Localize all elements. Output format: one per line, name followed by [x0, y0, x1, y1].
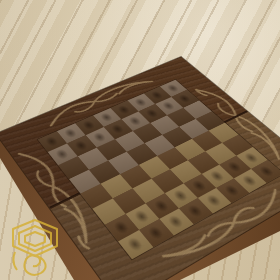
black-pawn-glyph: ♟ — [125, 101, 144, 122]
white-rook-glyph: ♜ — [121, 216, 147, 245]
black-pawn-glyph: ♟ — [89, 116, 108, 137]
black-pawn-glyph: ♟ — [107, 109, 126, 130]
black-pawn-glyph: ♟ — [71, 125, 90, 147]
chess-set-photo: ♜♟♟♜♞♟♟♞♝♟♟♝♛♟♟♛♚♟♟♚♝♟♟♝♞♟♟♞♜♟♟♜ — [0, 0, 280, 280]
black-pawn-glyph: ♟ — [159, 86, 177, 106]
black-pawn-glyph: ♟ — [175, 79, 193, 99]
square-e5 — [127, 143, 157, 165]
black-pawn-glyph: ♟ — [51, 133, 71, 155]
brand-watermark-icon — [5, 218, 69, 280]
black-pawn-glyph: ♟ — [142, 94, 160, 114]
